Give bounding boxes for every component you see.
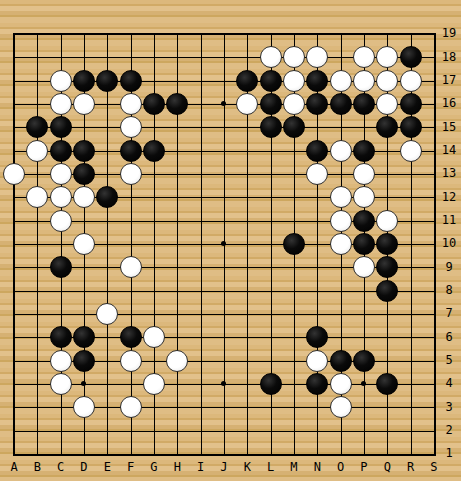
intersection-R10[interactable] (399, 232, 422, 255)
intersection-E19[interactable] (96, 22, 119, 45)
stone-black-D6[interactable] (73, 326, 95, 348)
intersection-A10[interactable] (2, 232, 25, 255)
intersection-M16[interactable] (282, 92, 305, 115)
intersection-E15[interactable] (96, 116, 119, 139)
intersection-C13[interactable] (49, 162, 72, 185)
intersection-A4[interactable] (2, 372, 25, 395)
stone-black-D13[interactable] (73, 163, 95, 185)
intersection-M5[interactable] (282, 349, 305, 372)
stone-white-G4[interactable] (143, 373, 165, 395)
intersection-K10[interactable] (236, 232, 259, 255)
intersection-L2[interactable] (259, 419, 282, 442)
intersection-R13[interactable] (399, 162, 422, 185)
intersection-Q16[interactable] (376, 92, 399, 115)
intersection-H15[interactable] (166, 116, 189, 139)
intersection-J2[interactable] (212, 419, 235, 442)
stone-white-E7[interactable] (96, 303, 118, 325)
intersection-Q14[interactable] (376, 139, 399, 162)
intersection-M2[interactable] (282, 419, 305, 442)
intersection-K8[interactable] (236, 279, 259, 302)
intersection-E9[interactable] (96, 256, 119, 279)
intersection-H8[interactable] (166, 279, 189, 302)
intersection-M9[interactable] (282, 256, 305, 279)
stone-white-K16[interactable] (236, 93, 258, 115)
stone-black-N4[interactable] (306, 373, 328, 395)
stone-black-Q4[interactable] (376, 373, 398, 395)
intersection-J8[interactable] (212, 279, 235, 302)
intersection-N16[interactable] (306, 92, 329, 115)
intersection-K19[interactable] (236, 22, 259, 45)
intersection-O19[interactable] (329, 22, 352, 45)
intersection-H17[interactable] (166, 69, 189, 92)
stone-black-C6[interactable] (50, 326, 72, 348)
stone-white-F9[interactable] (120, 256, 142, 278)
intersection-N3[interactable] (306, 396, 329, 419)
stone-black-F17[interactable] (120, 70, 142, 92)
intersection-Q18[interactable] (376, 46, 399, 69)
intersection-D16[interactable] (72, 92, 95, 115)
intersection-K11[interactable] (236, 209, 259, 232)
intersection-C19[interactable] (49, 22, 72, 45)
intersection-R11[interactable] (399, 209, 422, 232)
intersection-H11[interactable] (166, 209, 189, 232)
intersection-E11[interactable] (96, 209, 119, 232)
intersection-L6[interactable] (259, 326, 282, 349)
intersection-R19[interactable] (399, 22, 422, 45)
intersection-M18[interactable] (282, 46, 305, 69)
stone-black-M10[interactable] (283, 233, 305, 255)
intersection-R12[interactable] (399, 186, 422, 209)
intersection-I17[interactable] (189, 69, 212, 92)
intersection-J5[interactable] (212, 349, 235, 372)
intersection-L14[interactable] (259, 139, 282, 162)
intersection-A3[interactable] (2, 396, 25, 419)
intersection-P3[interactable] (352, 396, 375, 419)
intersection-F18[interactable] (119, 46, 142, 69)
intersection-A8[interactable] (2, 279, 25, 302)
intersection-F6[interactable] (119, 326, 142, 349)
intersection-L17[interactable] (259, 69, 282, 92)
intersection-A19[interactable] (2, 22, 25, 45)
stone-white-C11[interactable] (50, 210, 72, 232)
intersection-A9[interactable] (2, 256, 25, 279)
intersection-P18[interactable] (352, 46, 375, 69)
intersection-N7[interactable] (306, 302, 329, 325)
intersection-Q19[interactable] (376, 22, 399, 45)
stone-black-C15[interactable] (50, 116, 72, 138)
intersection-E13[interactable] (96, 162, 119, 185)
intersection-K3[interactable] (236, 396, 259, 419)
intersection-F7[interactable] (119, 302, 142, 325)
stone-white-O17[interactable] (330, 70, 352, 92)
stone-black-F6[interactable] (120, 326, 142, 348)
stone-white-B14[interactable] (26, 140, 48, 162)
intersection-G5[interactable] (142, 349, 165, 372)
stone-black-P16[interactable] (353, 93, 375, 115)
stone-white-N5[interactable] (306, 350, 328, 372)
stone-white-D3[interactable] (73, 396, 95, 418)
intersection-O11[interactable] (329, 209, 352, 232)
stone-white-O4[interactable] (330, 373, 352, 395)
intersection-H7[interactable] (166, 302, 189, 325)
stone-black-P14[interactable] (353, 140, 375, 162)
intersection-I6[interactable] (189, 326, 212, 349)
stone-black-R15[interactable] (400, 116, 422, 138)
intersection-B6[interactable] (26, 326, 49, 349)
intersection-L3[interactable] (259, 396, 282, 419)
stone-black-F14[interactable] (120, 140, 142, 162)
intersection-C11[interactable] (49, 209, 72, 232)
intersection-N11[interactable] (306, 209, 329, 232)
stone-white-Q17[interactable] (376, 70, 398, 92)
intersection-N13[interactable] (306, 162, 329, 185)
intersection-E16[interactable] (96, 92, 119, 115)
intersection-B17[interactable] (26, 69, 49, 92)
intersection-P16[interactable] (352, 92, 375, 115)
intersection-E6[interactable] (96, 326, 119, 349)
intersection-I16[interactable] (189, 92, 212, 115)
intersection-Q12[interactable] (376, 186, 399, 209)
stone-white-A13[interactable] (3, 163, 25, 185)
stone-black-N6[interactable] (306, 326, 328, 348)
intersection-L10[interactable] (259, 232, 282, 255)
intersection-Q9[interactable] (376, 256, 399, 279)
intersection-K6[interactable] (236, 326, 259, 349)
intersection-I7[interactable] (189, 302, 212, 325)
intersection-Q17[interactable] (376, 69, 399, 92)
intersection-A11[interactable] (2, 209, 25, 232)
stone-black-D14[interactable] (73, 140, 95, 162)
intersection-G16[interactable] (142, 92, 165, 115)
intersection-J7[interactable] (212, 302, 235, 325)
intersection-F19[interactable] (119, 22, 142, 45)
intersection-M8[interactable] (282, 279, 305, 302)
intersection-J14[interactable] (212, 139, 235, 162)
intersection-N14[interactable] (306, 139, 329, 162)
intersection-I14[interactable] (189, 139, 212, 162)
stone-white-B12[interactable] (26, 186, 48, 208)
intersection-O8[interactable] (329, 279, 352, 302)
stone-black-L15[interactable] (260, 116, 282, 138)
intersection-P8[interactable] (352, 279, 375, 302)
intersection-K4[interactable] (236, 372, 259, 395)
stone-white-C5[interactable] (50, 350, 72, 372)
intersection-K7[interactable] (236, 302, 259, 325)
stone-white-M17[interactable] (283, 70, 305, 92)
intersection-O9[interactable] (329, 256, 352, 279)
intersection-P4[interactable] (352, 372, 375, 395)
stone-white-P9[interactable] (353, 256, 375, 278)
stone-white-Q16[interactable] (376, 93, 398, 115)
intersection-N10[interactable] (306, 232, 329, 255)
intersection-M12[interactable] (282, 186, 305, 209)
intersection-G12[interactable] (142, 186, 165, 209)
intersection-D8[interactable] (72, 279, 95, 302)
stone-black-L17[interactable] (260, 70, 282, 92)
intersection-A18[interactable] (2, 46, 25, 69)
stone-white-Q18[interactable] (376, 46, 398, 68)
intersection-Q10[interactable] (376, 232, 399, 255)
intersection-O13[interactable] (329, 162, 352, 185)
stone-white-F16[interactable] (120, 93, 142, 115)
intersection-E10[interactable] (96, 232, 119, 255)
intersection-P5[interactable] (352, 349, 375, 372)
intersection-F15[interactable] (119, 116, 142, 139)
intersection-C12[interactable] (49, 186, 72, 209)
intersection-K14[interactable] (236, 139, 259, 162)
intersection-H13[interactable] (166, 162, 189, 185)
stone-white-F3[interactable] (120, 396, 142, 418)
intersection-R7[interactable] (399, 302, 422, 325)
intersection-C5[interactable] (49, 349, 72, 372)
intersection-I3[interactable] (189, 396, 212, 419)
stone-black-C14[interactable] (50, 140, 72, 162)
intersection-J9[interactable] (212, 256, 235, 279)
intersection-G15[interactable] (142, 116, 165, 139)
intersection-B10[interactable] (26, 232, 49, 255)
intersection-D14[interactable] (72, 139, 95, 162)
stone-black-N16[interactable] (306, 93, 328, 115)
intersection-E2[interactable] (96, 419, 119, 442)
intersection-C14[interactable] (49, 139, 72, 162)
intersection-A12[interactable] (2, 186, 25, 209)
intersection-R6[interactable] (399, 326, 422, 349)
intersection-Q7[interactable] (376, 302, 399, 325)
intersection-P11[interactable] (352, 209, 375, 232)
intersection-F8[interactable] (119, 279, 142, 302)
intersection-C7[interactable] (49, 302, 72, 325)
intersection-F16[interactable] (119, 92, 142, 115)
intersection-D12[interactable] (72, 186, 95, 209)
stone-black-E12[interactable] (96, 186, 118, 208)
intersection-O10[interactable] (329, 232, 352, 255)
intersection-J19[interactable] (212, 22, 235, 45)
stone-black-N14[interactable] (306, 140, 328, 162)
stone-white-O14[interactable] (330, 140, 352, 162)
intersection-B8[interactable] (26, 279, 49, 302)
intersection-J12[interactable] (212, 186, 235, 209)
intersection-J10[interactable] (212, 232, 235, 255)
stone-white-G6[interactable] (143, 326, 165, 348)
intersection-C6[interactable] (49, 326, 72, 349)
intersection-H16[interactable] (166, 92, 189, 115)
intersection-K18[interactable] (236, 46, 259, 69)
intersection-Q13[interactable] (376, 162, 399, 185)
intersection-N15[interactable] (306, 116, 329, 139)
intersection-O14[interactable] (329, 139, 352, 162)
stone-white-N13[interactable] (306, 163, 328, 185)
intersection-P13[interactable] (352, 162, 375, 185)
intersection-Q11[interactable] (376, 209, 399, 232)
intersection-P19[interactable] (352, 22, 375, 45)
intersection-D3[interactable] (72, 396, 95, 419)
stone-white-P17[interactable] (353, 70, 375, 92)
intersection-G9[interactable] (142, 256, 165, 279)
stone-white-F13[interactable] (120, 163, 142, 185)
intersection-C4[interactable] (49, 372, 72, 395)
intersection-M10[interactable] (282, 232, 305, 255)
intersection-D7[interactable] (72, 302, 95, 325)
intersection-B3[interactable] (26, 396, 49, 419)
intersection-D2[interactable] (72, 419, 95, 442)
intersection-J13[interactable] (212, 162, 235, 185)
stone-white-H5[interactable] (166, 350, 188, 372)
stone-black-C9[interactable] (50, 256, 72, 278)
intersection-B2[interactable] (26, 419, 49, 442)
intersection-D15[interactable] (72, 116, 95, 139)
intersection-A14[interactable] (2, 139, 25, 162)
intersection-P12[interactable] (352, 186, 375, 209)
intersection-B13[interactable] (26, 162, 49, 185)
intersection-N6[interactable] (306, 326, 329, 349)
stone-white-O3[interactable] (330, 396, 352, 418)
stone-black-D17[interactable] (73, 70, 95, 92)
intersection-L16[interactable] (259, 92, 282, 115)
intersection-B9[interactable] (26, 256, 49, 279)
intersection-B15[interactable] (26, 116, 49, 139)
stone-white-O12[interactable] (330, 186, 352, 208)
intersection-H3[interactable] (166, 396, 189, 419)
intersection-F5[interactable] (119, 349, 142, 372)
intersection-H14[interactable] (166, 139, 189, 162)
intersection-E17[interactable] (96, 69, 119, 92)
intersection-I9[interactable] (189, 256, 212, 279)
intersection-E14[interactable] (96, 139, 119, 162)
intersection-H5[interactable] (166, 349, 189, 372)
intersection-L11[interactable] (259, 209, 282, 232)
intersection-M4[interactable] (282, 372, 305, 395)
intersection-I8[interactable] (189, 279, 212, 302)
intersection-C16[interactable] (49, 92, 72, 115)
intersection-F12[interactable] (119, 186, 142, 209)
intersection-G13[interactable] (142, 162, 165, 185)
intersection-C9[interactable] (49, 256, 72, 279)
intersection-R14[interactable] (399, 139, 422, 162)
intersection-P17[interactable] (352, 69, 375, 92)
stone-black-O5[interactable] (330, 350, 352, 372)
intersection-O5[interactable] (329, 349, 352, 372)
stone-black-N17[interactable] (306, 70, 328, 92)
intersection-M19[interactable] (282, 22, 305, 45)
intersection-Q8[interactable] (376, 279, 399, 302)
stone-black-P10[interactable] (353, 233, 375, 255)
stone-white-C4[interactable] (50, 373, 72, 395)
intersection-K9[interactable] (236, 256, 259, 279)
intersection-R9[interactable] (399, 256, 422, 279)
intersection-P6[interactable] (352, 326, 375, 349)
stone-black-M15[interactable] (283, 116, 305, 138)
intersection-C15[interactable] (49, 116, 72, 139)
intersection-C10[interactable] (49, 232, 72, 255)
intersection-M7[interactable] (282, 302, 305, 325)
stone-black-P5[interactable] (353, 350, 375, 372)
intersection-O7[interactable] (329, 302, 352, 325)
stone-black-H16[interactable] (166, 93, 188, 115)
stone-white-C12[interactable] (50, 186, 72, 208)
intersection-C8[interactable] (49, 279, 72, 302)
intersection-R5[interactable] (399, 349, 422, 372)
intersection-G3[interactable] (142, 396, 165, 419)
intersection-D9[interactable] (72, 256, 95, 279)
stone-black-L4[interactable] (260, 373, 282, 395)
intersection-Q4[interactable] (376, 372, 399, 395)
intersection-N12[interactable] (306, 186, 329, 209)
intersection-J16[interactable] (212, 92, 235, 115)
intersection-I19[interactable] (189, 22, 212, 45)
intersection-J11[interactable] (212, 209, 235, 232)
intersection-F4[interactable] (119, 372, 142, 395)
stone-white-P18[interactable] (353, 46, 375, 68)
intersection-M6[interactable] (282, 326, 305, 349)
stone-black-D5[interactable] (73, 350, 95, 372)
intersection-H18[interactable] (166, 46, 189, 69)
intersection-F10[interactable] (119, 232, 142, 255)
intersection-F11[interactable] (119, 209, 142, 232)
intersection-A16[interactable] (2, 92, 25, 115)
intersection-F13[interactable] (119, 162, 142, 185)
intersection-E4[interactable] (96, 372, 119, 395)
stone-black-R16[interactable] (400, 93, 422, 115)
intersection-C18[interactable] (49, 46, 72, 69)
intersection-B5[interactable] (26, 349, 49, 372)
intersection-I12[interactable] (189, 186, 212, 209)
intersection-F9[interactable] (119, 256, 142, 279)
intersection-N4[interactable] (306, 372, 329, 395)
intersection-L19[interactable] (259, 22, 282, 45)
intersection-F14[interactable] (119, 139, 142, 162)
intersection-D5[interactable] (72, 349, 95, 372)
intersection-N8[interactable] (306, 279, 329, 302)
intersection-A7[interactable] (2, 302, 25, 325)
intersection-R2[interactable] (399, 419, 422, 442)
intersection-P14[interactable] (352, 139, 375, 162)
intersection-G14[interactable] (142, 139, 165, 162)
stone-white-C13[interactable] (50, 163, 72, 185)
intersection-E7[interactable] (96, 302, 119, 325)
intersection-N5[interactable] (306, 349, 329, 372)
intersection-R15[interactable] (399, 116, 422, 139)
intersection-M14[interactable] (282, 139, 305, 162)
intersection-Q6[interactable] (376, 326, 399, 349)
intersection-I5[interactable] (189, 349, 212, 372)
intersection-I10[interactable] (189, 232, 212, 255)
intersection-K15[interactable] (236, 116, 259, 139)
intersection-O18[interactable] (329, 46, 352, 69)
stone-black-K17[interactable] (236, 70, 258, 92)
intersection-G8[interactable] (142, 279, 165, 302)
intersection-K2[interactable] (236, 419, 259, 442)
intersection-G11[interactable] (142, 209, 165, 232)
intersection-B19[interactable] (26, 22, 49, 45)
intersection-M11[interactable] (282, 209, 305, 232)
stone-white-Q11[interactable] (376, 210, 398, 232)
intersection-E18[interactable] (96, 46, 119, 69)
stone-black-E17[interactable] (96, 70, 118, 92)
intersection-J6[interactable] (212, 326, 235, 349)
stone-black-Q9[interactable] (376, 256, 398, 278)
stone-white-O10[interactable] (330, 233, 352, 255)
intersection-Q5[interactable] (376, 349, 399, 372)
intersection-D6[interactable] (72, 326, 95, 349)
intersection-K17[interactable] (236, 69, 259, 92)
intersection-D4[interactable] (72, 372, 95, 395)
intersection-L18[interactable] (259, 46, 282, 69)
intersection-A17[interactable] (2, 69, 25, 92)
intersection-L5[interactable] (259, 349, 282, 372)
stone-white-D10[interactable] (73, 233, 95, 255)
intersection-D10[interactable] (72, 232, 95, 255)
intersection-M15[interactable] (282, 116, 305, 139)
